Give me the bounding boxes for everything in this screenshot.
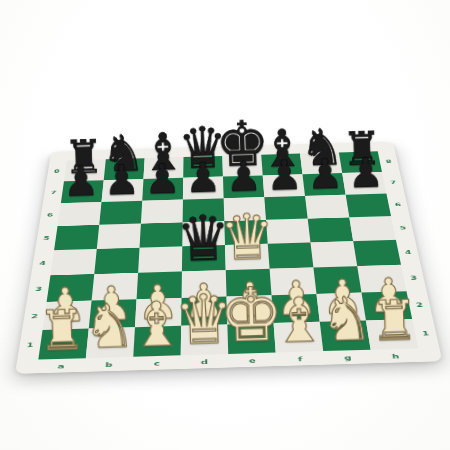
piece-black-pawn-c7[interactable]: ♟ <box>143 158 180 200</box>
file-label-bottom-f: f <box>276 351 325 366</box>
rank-label-right-4: 4 <box>396 239 421 265</box>
product-photo-scene: abcdefgh8♜♞♝♛♚♝♞♜87♟♟♟♟♟♟♟♟766554♛♛4332♟… <box>0 0 450 450</box>
piece-white-knight-g1[interactable]: ♞ <box>319 289 373 351</box>
file-label-bottom-c: c <box>132 355 180 370</box>
square-b6[interactable] <box>99 201 142 225</box>
file-label-bottom-h: h <box>371 348 421 363</box>
file-label-bottom-a: a <box>36 358 85 373</box>
file-label-bottom-g: g <box>323 350 373 365</box>
square-b4[interactable] <box>94 248 139 275</box>
piece-black-pawn-b7[interactable]: ♟ <box>103 159 140 201</box>
piece-black-pawn-h7[interactable]: ♟ <box>347 152 384 194</box>
square-a6[interactable] <box>58 202 102 226</box>
square-b1[interactable]: ♞ <box>86 327 135 358</box>
square-a5[interactable] <box>54 225 99 250</box>
square-h5[interactable] <box>349 216 396 241</box>
piece-black-pawn-g7[interactable]: ♟ <box>306 153 343 195</box>
square-g7[interactable]: ♟ <box>302 173 345 196</box>
piece-white-knight-b1[interactable]: ♞ <box>82 296 136 358</box>
chess-mat: abcdefgh8♜♞♝♛♚♝♞♜87♟♟♟♟♟♟♟♟766554♛♛4332♟… <box>15 142 442 374</box>
square-e1[interactable]: ♚ <box>227 323 275 354</box>
square-g4[interactable] <box>310 241 357 267</box>
square-b5[interactable] <box>97 224 141 249</box>
square-h7[interactable]: ♟ <box>342 172 386 195</box>
piece-white-queen-e4[interactable]: ♛ <box>219 206 275 270</box>
square-e4[interactable]: ♛ <box>225 244 270 270</box>
piece-white-bishop-f1[interactable]: ♝ <box>271 289 326 352</box>
piece-black-pawn-a7[interactable]: ♟ <box>62 160 99 202</box>
rank-label-right-6: 6 <box>386 193 409 216</box>
piece-white-rook-h1[interactable]: ♜ <box>369 293 418 349</box>
square-b7[interactable]: ♟ <box>102 179 144 202</box>
square-g1[interactable]: ♞ <box>320 320 371 351</box>
square-h4[interactable] <box>353 240 401 266</box>
rank-label-right-5: 5 <box>391 216 415 240</box>
square-f1[interactable]: ♝ <box>274 322 324 353</box>
square-a4[interactable] <box>50 249 96 276</box>
mat-corner <box>418 348 442 362</box>
piece-black-pawn-f7[interactable]: ♟ <box>266 154 303 196</box>
file-label-bottom-b: b <box>84 357 133 372</box>
square-d7[interactable]: ♟ <box>183 177 224 200</box>
square-a7[interactable]: ♟ <box>61 180 104 203</box>
square-c7[interactable]: ♟ <box>142 178 183 201</box>
file-label-bottom-d: d <box>181 354 229 369</box>
square-g6[interactable] <box>305 195 349 219</box>
square-d4[interactable]: ♛ <box>182 245 226 271</box>
rank-label-left-4: 4 <box>31 250 54 276</box>
piece-white-rook-a1[interactable]: ♜ <box>37 303 86 359</box>
file-label-bottom-e: e <box>228 353 276 368</box>
square-f7[interactable]: ♟ <box>263 174 305 197</box>
piece-black-pawn-d7[interactable]: ♟ <box>184 157 221 199</box>
board-perspective-wrap: abcdefgh8♜♞♝♛♚♝♞♜87♟♟♟♟♟♟♟♟766554♛♛4332♟… <box>15 142 442 374</box>
piece-black-pawn-e7[interactable]: ♟ <box>225 155 262 197</box>
square-g5[interactable] <box>308 217 354 242</box>
square-a1[interactable]: ♜ <box>38 329 88 360</box>
square-e7[interactable]: ♟ <box>223 175 264 198</box>
rank-label-right-7: 7 <box>382 171 405 193</box>
square-h6[interactable] <box>346 193 391 217</box>
rank-label-left-5: 5 <box>35 226 57 251</box>
mat-corner <box>15 360 38 374</box>
square-h1[interactable]: ♜ <box>366 319 418 350</box>
